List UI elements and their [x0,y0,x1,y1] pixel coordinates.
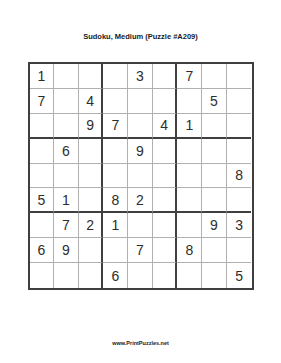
cell-r1c8-empty [202,64,227,89]
cell-r7c6-empty [153,213,178,238]
cell-r9c2-empty [54,263,79,288]
cell-r8c3-empty [79,238,104,263]
cell-r7c5-empty [128,213,153,238]
cell-r9c8-empty [202,263,227,288]
cell-r8c7-given: 8 [177,238,202,263]
cell-r9c9-given: 5 [227,263,252,288]
cell-r8c2-given: 9 [54,238,79,263]
cell-r6c2-given: 1 [54,188,79,213]
cell-r6c7-empty [177,188,202,213]
cell-r1c4-empty [103,64,128,89]
footer-url: www.PrintPuzzles.net [0,340,281,346]
cell-r2c1-given: 7 [30,89,55,114]
cell-r9c3-empty [79,263,104,288]
cell-r6c5-given: 2 [128,188,153,213]
cell-r2c5-empty [128,89,153,114]
cell-r7c3-given: 2 [79,213,104,238]
cell-r4c2-given: 6 [54,139,79,164]
cell-r6c8-empty [202,188,227,213]
cell-r6c1-given: 5 [30,188,55,213]
cell-r4c7-empty [177,139,202,164]
cell-r8c8-empty [202,238,227,263]
sudoku-board: 1377459741698518272193697865 [28,62,254,290]
cell-r2c3-given: 4 [79,89,104,114]
cell-r1c3-empty [79,64,104,89]
cell-r3c3-given: 9 [79,114,104,139]
page-title: Sudoku, Medium (Puzzle #A209) [0,32,281,41]
cell-r5c4-empty [103,164,128,189]
cell-r3c2-empty [54,114,79,139]
cell-r2c4-empty [103,89,128,114]
cell-r5c1-empty [30,164,55,189]
cell-r8c1-given: 6 [30,238,55,263]
cell-r5c3-empty [79,164,104,189]
cell-r8c9-empty [227,238,252,263]
cell-r1c1-given: 1 [30,64,55,89]
cell-r9c6-empty [153,263,178,288]
cell-r2c2-empty [54,89,79,114]
cell-r1c2-empty [54,64,79,89]
cell-r3c4-given: 7 [103,114,128,139]
cell-r1c9-empty [227,64,252,89]
cell-r3c6-given: 4 [153,114,178,139]
cell-r8c4-empty [103,238,128,263]
cell-r5c5-empty [128,164,153,189]
cell-r5c9-given: 8 [227,164,252,189]
cell-r7c1-empty [30,213,55,238]
cell-r5c7-empty [177,164,202,189]
cell-r7c2-given: 7 [54,213,79,238]
cell-r4c8-empty [202,139,227,164]
cell-r9c5-empty [128,263,153,288]
cell-r9c7-empty [177,263,202,288]
cell-r5c2-empty [54,164,79,189]
cell-r6c3-empty [79,188,104,213]
cell-r2c7-empty [177,89,202,114]
cell-r1c6-empty [153,64,178,89]
cell-r4c5-given: 9 [128,139,153,164]
cell-r7c9-given: 3 [227,213,252,238]
cell-r6c6-empty [153,188,178,213]
cell-r7c4-given: 1 [103,213,128,238]
cell-r5c8-empty [202,164,227,189]
cell-r4c1-empty [30,139,55,164]
cell-r8c6-empty [153,238,178,263]
cell-r7c8-given: 9 [202,213,227,238]
cell-r6c4-given: 8 [103,188,128,213]
cell-r8c5-given: 7 [128,238,153,263]
cell-r3c9-empty [227,114,252,139]
cell-r2c8-given: 5 [202,89,227,114]
cell-r3c5-empty [128,114,153,139]
cell-r4c3-empty [79,139,104,164]
cell-r3c7-given: 1 [177,114,202,139]
cell-r2c6-empty [153,89,178,114]
cell-r6c9-empty [227,188,252,213]
cell-r4c9-empty [227,139,252,164]
cell-r3c8-empty [202,114,227,139]
cell-r3c1-empty [30,114,55,139]
cell-r5c6-empty [153,164,178,189]
cell-r7c7-empty [177,213,202,238]
cell-r4c4-empty [103,139,128,164]
cell-r4c6-empty [153,139,178,164]
cell-r9c4-given: 6 [103,263,128,288]
cell-r2c9-empty [227,89,252,114]
cell-r1c5-given: 3 [128,64,153,89]
cell-r1c7-given: 7 [177,64,202,89]
cell-r9c1-empty [30,263,55,288]
